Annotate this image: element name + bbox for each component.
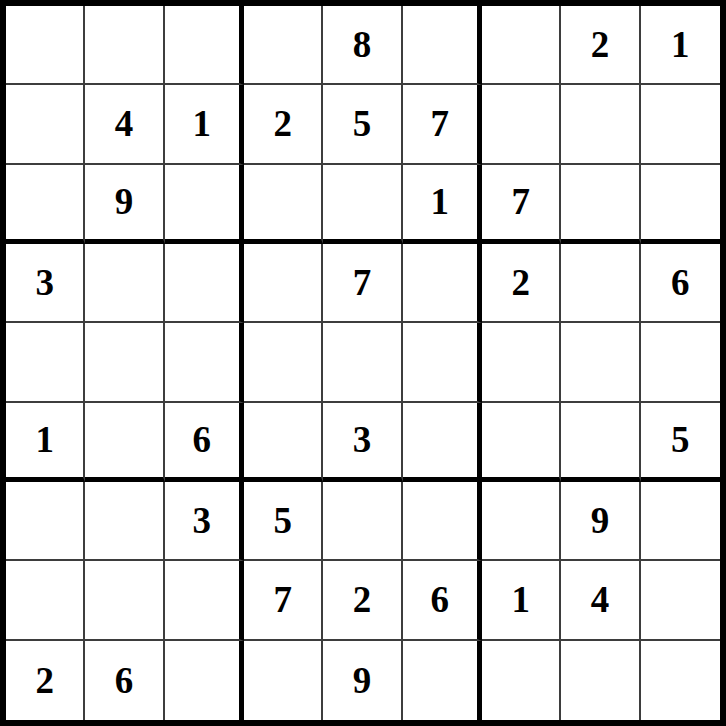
cell-r7c8[interactable]: 9 [561, 482, 640, 561]
cell-r9c6[interactable] [403, 641, 482, 720]
cell-r3c7[interactable]: 7 [482, 165, 561, 244]
cell-r9c8[interactable] [561, 641, 640, 720]
given-digit: 8 [353, 26, 372, 63]
cell-r5c1[interactable] [6, 323, 85, 402]
cell-r6c6[interactable] [403, 403, 482, 482]
cell-r7c1[interactable] [6, 482, 85, 561]
cell-r2c2[interactable]: 4 [85, 85, 164, 164]
cell-r9c1[interactable]: 2 [6, 641, 85, 720]
cell-r8c9[interactable] [641, 561, 720, 640]
given-digit: 5 [671, 421, 690, 458]
cell-r9c4[interactable] [244, 641, 323, 720]
cell-r7c3[interactable]: 3 [165, 482, 244, 561]
cell-r1c7[interactable] [482, 6, 561, 85]
cell-r7c9[interactable] [641, 482, 720, 561]
cell-r5c3[interactable] [165, 323, 244, 402]
given-digit: 6 [671, 264, 690, 301]
cell-r4c4[interactable] [244, 244, 323, 323]
cell-r2c6[interactable]: 7 [403, 85, 482, 164]
cell-r1c5[interactable]: 8 [323, 6, 402, 85]
cell-r8c2[interactable] [85, 561, 164, 640]
given-digit: 2 [591, 26, 610, 63]
cell-r5c6[interactable] [403, 323, 482, 402]
cell-r8c5[interactable]: 2 [323, 561, 402, 640]
cell-r3c3[interactable] [165, 165, 244, 244]
given-digit: 6 [115, 662, 134, 699]
cell-r1c2[interactable] [85, 6, 164, 85]
cell-r6c4[interactable] [244, 403, 323, 482]
given-digit: 7 [273, 581, 292, 618]
cell-r2c8[interactable] [561, 85, 640, 164]
cell-r8c6[interactable]: 6 [403, 561, 482, 640]
given-digit: 4 [115, 105, 134, 142]
cell-r8c3[interactable] [165, 561, 244, 640]
cell-r9c2[interactable]: 6 [85, 641, 164, 720]
cell-r7c5[interactable] [323, 482, 402, 561]
cell-r5c2[interactable] [85, 323, 164, 402]
given-digit: 1 [511, 581, 530, 618]
cell-r2c9[interactable] [641, 85, 720, 164]
given-digit: 3 [193, 502, 212, 539]
cell-r2c4[interactable]: 2 [244, 85, 323, 164]
cell-r8c4[interactable]: 7 [244, 561, 323, 640]
cell-r6c8[interactable] [561, 403, 640, 482]
given-digit: 9 [353, 662, 372, 699]
cell-r6c9[interactable]: 5 [641, 403, 720, 482]
cell-r1c6[interactable] [403, 6, 482, 85]
given-digit: 6 [431, 581, 450, 618]
given-digit: 4 [591, 581, 610, 618]
cell-r3c6[interactable]: 1 [403, 165, 482, 244]
cell-r3c8[interactable] [561, 165, 640, 244]
given-digit: 5 [273, 502, 292, 539]
cell-r2c5[interactable]: 5 [323, 85, 402, 164]
given-digit: 7 [511, 183, 530, 220]
cell-r5c4[interactable] [244, 323, 323, 402]
given-digit: 6 [193, 421, 212, 458]
cell-r1c9[interactable]: 1 [641, 6, 720, 85]
cell-r3c4[interactable] [244, 165, 323, 244]
cell-r1c3[interactable] [165, 6, 244, 85]
cell-r2c7[interactable] [482, 85, 561, 164]
cell-r7c4[interactable]: 5 [244, 482, 323, 561]
given-digit: 2 [511, 264, 530, 301]
cell-r7c7[interactable] [482, 482, 561, 561]
cell-r2c1[interactable] [6, 85, 85, 164]
cell-r6c1[interactable]: 1 [6, 403, 85, 482]
given-digit: 1 [193, 105, 212, 142]
cell-r4c8[interactable] [561, 244, 640, 323]
cell-r6c5[interactable]: 3 [323, 403, 402, 482]
given-digit: 2 [273, 105, 292, 142]
given-digit: 1 [431, 183, 450, 220]
given-digit: 1 [35, 421, 54, 458]
given-digit: 3 [353, 421, 372, 458]
cell-r8c8[interactable]: 4 [561, 561, 640, 640]
cell-r6c2[interactable] [85, 403, 164, 482]
cell-r9c7[interactable] [482, 641, 561, 720]
cell-r1c1[interactable] [6, 6, 85, 85]
cell-r4c2[interactable] [85, 244, 164, 323]
cell-r9c9[interactable] [641, 641, 720, 720]
cell-r4c3[interactable] [165, 244, 244, 323]
cell-r9c5[interactable]: 9 [323, 641, 402, 720]
cell-r4c7[interactable]: 2 [482, 244, 561, 323]
sudoku-board: 821412579173726163535972614269 [0, 0, 726, 726]
cell-r5c8[interactable] [561, 323, 640, 402]
cell-r9c3[interactable] [165, 641, 244, 720]
cell-r5c9[interactable] [641, 323, 720, 402]
cell-r4c5[interactable]: 7 [323, 244, 402, 323]
given-digit: 2 [35, 662, 54, 699]
given-digit: 1 [671, 26, 690, 63]
cell-r5c5[interactable] [323, 323, 402, 402]
cell-r1c4[interactable] [244, 6, 323, 85]
given-digit: 9 [591, 502, 610, 539]
given-digit: 3 [35, 264, 54, 301]
given-digit: 5 [353, 105, 372, 142]
cell-r1c8[interactable]: 2 [561, 6, 640, 85]
cell-r8c7[interactable]: 1 [482, 561, 561, 640]
cell-r4c1[interactable]: 3 [6, 244, 85, 323]
cell-r3c5[interactable] [323, 165, 402, 244]
given-digit: 9 [115, 183, 134, 220]
cell-r8c1[interactable] [6, 561, 85, 640]
cell-r3c2[interactable]: 9 [85, 165, 164, 244]
cell-r3c9[interactable] [641, 165, 720, 244]
given-digit: 7 [353, 264, 372, 301]
cell-r7c2[interactable] [85, 482, 164, 561]
cell-r3c1[interactable] [6, 165, 85, 244]
cell-r6c7[interactable] [482, 403, 561, 482]
cell-r4c9[interactable]: 6 [641, 244, 720, 323]
cell-r5c7[interactable] [482, 323, 561, 402]
given-digit: 7 [431, 105, 450, 142]
cell-r7c6[interactable] [403, 482, 482, 561]
cell-r4c6[interactable] [403, 244, 482, 323]
given-digit: 2 [353, 581, 372, 618]
cell-r6c3[interactable]: 6 [165, 403, 244, 482]
cell-r2c3[interactable]: 1 [165, 85, 244, 164]
